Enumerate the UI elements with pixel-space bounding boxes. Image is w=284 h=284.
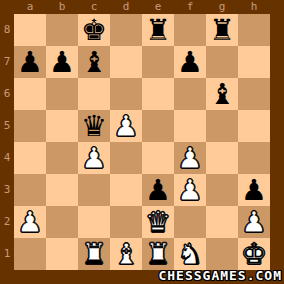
rank-label-8: 8 xyxy=(0,14,14,46)
square-b1[interactable] xyxy=(46,238,78,270)
square-b4[interactable] xyxy=(46,142,78,174)
rank-labels: 87654321 xyxy=(0,14,14,270)
square-g6[interactable]: ♝ xyxy=(206,78,238,110)
square-b7[interactable]: ♟ xyxy=(46,46,78,78)
square-g3[interactable] xyxy=(206,174,238,206)
black-pawn-e3: ♟ xyxy=(145,174,171,206)
square-e3[interactable]: ♟ xyxy=(142,174,174,206)
square-d2[interactable] xyxy=(110,206,142,238)
rank-label-2: 2 xyxy=(0,206,14,238)
square-d1[interactable]: ♝ xyxy=(110,238,142,270)
black-rook-e8: ♜ xyxy=(145,14,171,46)
square-e8[interactable]: ♜ xyxy=(142,14,174,46)
square-h1[interactable]: ♚ xyxy=(238,238,270,270)
square-c8[interactable]: ♚ xyxy=(78,14,110,46)
file-label-g: g xyxy=(206,0,238,14)
square-a1[interactable] xyxy=(14,238,46,270)
square-b6[interactable] xyxy=(46,78,78,110)
rank-label-1: 1 xyxy=(0,238,14,270)
square-h6[interactable] xyxy=(238,78,270,110)
square-a4[interactable] xyxy=(14,142,46,174)
square-c7[interactable]: ♝ xyxy=(78,46,110,78)
square-h5[interactable] xyxy=(238,110,270,142)
white-rook-c1: ♜ xyxy=(81,238,107,270)
square-h4[interactable] xyxy=(238,142,270,174)
square-f3[interactable]: ♟ xyxy=(174,174,206,206)
square-g2[interactable] xyxy=(206,206,238,238)
file-label-h: h xyxy=(238,0,270,14)
square-e1[interactable]: ♜ xyxy=(142,238,174,270)
square-a6[interactable] xyxy=(14,78,46,110)
square-b2[interactable] xyxy=(46,206,78,238)
rank-label-4: 4 xyxy=(0,142,14,174)
rank-label-6: 6 xyxy=(0,78,14,110)
file-label-c: c xyxy=(78,0,110,14)
square-a7[interactable]: ♟ xyxy=(14,46,46,78)
rank-label-7: 7 xyxy=(0,46,14,78)
square-d8[interactable] xyxy=(110,14,142,46)
file-label-a: a xyxy=(14,0,46,14)
square-a8[interactable] xyxy=(14,14,46,46)
black-pawn-b7: ♟ xyxy=(49,46,75,78)
square-c1[interactable]: ♜ xyxy=(78,238,110,270)
square-h7[interactable] xyxy=(238,46,270,78)
square-a5[interactable] xyxy=(14,110,46,142)
square-d4[interactable] xyxy=(110,142,142,174)
square-c2[interactable] xyxy=(78,206,110,238)
black-queen-c5: ♛ xyxy=(81,110,107,142)
square-h3[interactable]: ♟ xyxy=(238,174,270,206)
square-f7[interactable]: ♟ xyxy=(174,46,206,78)
square-c3[interactable] xyxy=(78,174,110,206)
square-f5[interactable] xyxy=(174,110,206,142)
white-bishop-d1: ♝ xyxy=(113,238,139,270)
square-g4[interactable] xyxy=(206,142,238,174)
square-d6[interactable] xyxy=(110,78,142,110)
black-pawn-f7: ♟ xyxy=(177,46,203,78)
square-d3[interactable] xyxy=(110,174,142,206)
black-bishop-c7: ♝ xyxy=(81,46,107,78)
white-knight-f1: ♞ xyxy=(177,238,203,270)
square-f8[interactable] xyxy=(174,14,206,46)
file-label-b: b xyxy=(46,0,78,14)
file-label-d: d xyxy=(110,0,142,14)
square-e5[interactable] xyxy=(142,110,174,142)
square-e6[interactable] xyxy=(142,78,174,110)
chess-diagram-frame: abcdefgh 87654321 ♚♜♜♟♟♝♟♝♛♟♟♟♟♟♟♟♛♟♜♝♜♞… xyxy=(0,0,284,284)
white-king-h1: ♚ xyxy=(241,238,267,270)
square-e4[interactable] xyxy=(142,142,174,174)
white-pawn-c4: ♟ xyxy=(81,142,107,174)
white-queen-e2: ♛ xyxy=(145,206,171,238)
square-f2[interactable] xyxy=(174,206,206,238)
square-d5[interactable]: ♟ xyxy=(110,110,142,142)
site-branding-label: CHESSGAMES.COM xyxy=(158,268,282,283)
white-pawn-a2: ♟ xyxy=(17,206,43,238)
white-pawn-f4: ♟ xyxy=(177,142,203,174)
white-pawn-d5: ♟ xyxy=(113,110,139,142)
rank-label-5: 5 xyxy=(0,110,14,142)
file-labels: abcdefgh xyxy=(14,0,270,14)
square-g7[interactable] xyxy=(206,46,238,78)
square-e2[interactable]: ♛ xyxy=(142,206,174,238)
square-b8[interactable] xyxy=(46,14,78,46)
square-h8[interactable] xyxy=(238,14,270,46)
file-label-f: f xyxy=(174,0,206,14)
black-king-c8: ♚ xyxy=(81,14,107,46)
square-e7[interactable] xyxy=(142,46,174,78)
square-d7[interactable] xyxy=(110,46,142,78)
file-label-e: e xyxy=(142,0,174,14)
square-h2[interactable]: ♟ xyxy=(238,206,270,238)
white-pawn-f3: ♟ xyxy=(177,174,203,206)
black-rook-g8: ♜ xyxy=(209,14,235,46)
square-b3[interactable] xyxy=(46,174,78,206)
square-a3[interactable] xyxy=(14,174,46,206)
square-g8[interactable]: ♜ xyxy=(206,14,238,46)
black-bishop-g6: ♝ xyxy=(209,78,235,110)
square-c4[interactable]: ♟ xyxy=(78,142,110,174)
white-rook-e1: ♜ xyxy=(145,238,171,270)
square-f1[interactable]: ♞ xyxy=(174,238,206,270)
black-pawn-a7: ♟ xyxy=(17,46,43,78)
square-f6[interactable] xyxy=(174,78,206,110)
square-g5[interactable] xyxy=(206,110,238,142)
white-pawn-h2: ♟ xyxy=(241,206,267,238)
chess-board: ♚♜♜♟♟♝♟♝♛♟♟♟♟♟♟♟♛♟♜♝♜♞♚ xyxy=(14,14,270,270)
square-b5[interactable] xyxy=(46,110,78,142)
black-pawn-h3: ♟ xyxy=(241,174,267,206)
square-c6[interactable] xyxy=(78,78,110,110)
rank-label-3: 3 xyxy=(0,174,14,206)
square-f4[interactable]: ♟ xyxy=(174,142,206,174)
square-a2[interactable]: ♟ xyxy=(14,206,46,238)
square-g1[interactable] xyxy=(206,238,238,270)
square-c5[interactable]: ♛ xyxy=(78,110,110,142)
